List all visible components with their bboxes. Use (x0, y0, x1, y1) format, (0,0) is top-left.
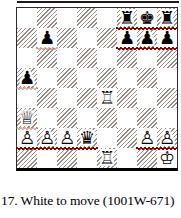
square-f1 (117, 148, 137, 168)
white-pawn-h2: ♙ (157, 128, 177, 148)
square-b6 (37, 48, 57, 68)
square-d2: ♛ (77, 128, 97, 148)
squiggle-underline-a5 (16, 87, 38, 90)
black-pawn-h7: ♟ (157, 28, 177, 48)
square-g5 (137, 68, 157, 88)
squiggle-underline-g7 (136, 47, 158, 50)
square-b4 (37, 88, 57, 108)
square-e6 (97, 48, 117, 68)
square-f6 (117, 48, 137, 68)
black-pawn-b7: ♟ (37, 28, 57, 48)
chess-diagram-page: ♜♚♜♟♟♟♟♟♖♕♙♙♙♛♙♙♖♔ 17. White to move (10… (0, 0, 181, 218)
square-e8 (97, 8, 117, 28)
squiggle-underline-h8 (156, 27, 178, 30)
top-rule-line (17, 1, 179, 3)
square-b2: ♙ (37, 128, 57, 148)
square-d4 (77, 88, 97, 108)
square-a5: ♟ (17, 68, 37, 88)
square-f7: ♟ (117, 28, 137, 48)
square-g2: ♙ (137, 128, 157, 148)
square-g4 (137, 88, 157, 108)
square-c5 (57, 68, 77, 88)
square-d7 (77, 28, 97, 48)
square-h6 (157, 48, 177, 68)
white-rook-e4: ♖ (97, 88, 117, 108)
square-h5 (157, 68, 177, 88)
squiggle-underline-b7 (36, 47, 58, 50)
white-queen-a3: ♕ (17, 108, 37, 128)
square-h8: ♜ (157, 8, 177, 28)
square-g7: ♟ (137, 28, 157, 48)
square-b3 (37, 108, 57, 128)
square-b1 (37, 148, 57, 168)
square-c3 (57, 108, 77, 128)
square-h7: ♟ (157, 28, 177, 48)
square-f5 (117, 68, 137, 88)
square-b7: ♟ (37, 28, 57, 48)
chess-board: ♜♚♜♟♟♟♟♟♖♕♙♙♙♛♙♙♖♔ (16, 7, 178, 171)
square-e4: ♖ (97, 88, 117, 108)
white-king-h1: ♔ (157, 148, 177, 168)
square-h3 (157, 108, 177, 128)
square-g3 (137, 108, 157, 128)
square-h1: ♔ (157, 148, 177, 168)
black-queen-d2: ♛ (77, 128, 97, 148)
square-d3 (77, 108, 97, 128)
square-f8: ♜ (117, 8, 137, 28)
square-h2: ♙ (157, 128, 177, 148)
square-c1 (57, 148, 77, 168)
white-pawn-c2: ♙ (57, 128, 77, 148)
square-f3 (117, 108, 137, 128)
black-pawn-f7: ♟ (117, 28, 137, 48)
squiggle-underline-a2 (16, 147, 38, 150)
black-king-g8: ♚ (137, 8, 157, 28)
square-d5 (77, 68, 97, 88)
squiggle-underline-f7 (116, 47, 138, 50)
square-a3: ♕ (17, 108, 37, 128)
squiggle-underline-g2 (136, 147, 158, 150)
square-c6 (57, 48, 77, 68)
squiggle-underline-a3 (16, 127, 38, 130)
square-f4 (117, 88, 137, 108)
square-f2 (117, 128, 137, 148)
squiggle-underline-b2 (36, 147, 58, 150)
squiggle-underline-f8 (116, 27, 138, 30)
squiggle-underline-h2 (156, 147, 178, 150)
square-a6 (17, 48, 37, 68)
square-b8 (37, 8, 57, 28)
squiggle-underline-g8 (136, 27, 158, 30)
black-pawn-g7: ♟ (137, 28, 157, 48)
square-g6 (137, 48, 157, 68)
square-c4 (57, 88, 77, 108)
square-a8 (17, 8, 37, 28)
square-c2: ♙ (57, 128, 77, 148)
square-e2 (97, 128, 117, 148)
white-rook-e1: ♖ (97, 148, 117, 168)
square-e7 (97, 28, 117, 48)
black-pawn-a5: ♟ (17, 68, 37, 88)
square-e5 (97, 68, 117, 88)
squiggle-underline-h7 (156, 47, 178, 50)
white-pawn-g2: ♙ (137, 128, 157, 148)
square-c7 (57, 28, 77, 48)
square-g1 (137, 148, 157, 168)
square-a2: ♙ (17, 128, 37, 148)
black-rook-h8: ♜ (157, 8, 177, 28)
square-d1 (77, 148, 97, 168)
square-g8: ♚ (137, 8, 157, 28)
squiggle-underline-d2 (76, 147, 98, 150)
white-pawn-b2: ♙ (37, 128, 57, 148)
square-b5 (37, 68, 57, 88)
square-e1: ♖ (97, 148, 117, 168)
square-d6 (77, 48, 97, 68)
square-a1 (17, 148, 37, 168)
square-c8 (57, 8, 77, 28)
square-h4 (157, 88, 177, 108)
white-pawn-a2: ♙ (17, 128, 37, 148)
squiggle-underline-c2 (56, 147, 78, 150)
diagram-caption: 17. White to move (1001W-671) (1, 193, 181, 209)
black-rook-f8: ♜ (117, 8, 137, 28)
square-a4 (17, 88, 37, 108)
square-a7 (17, 28, 37, 48)
square-e3 (97, 108, 117, 128)
square-d8 (77, 8, 97, 28)
